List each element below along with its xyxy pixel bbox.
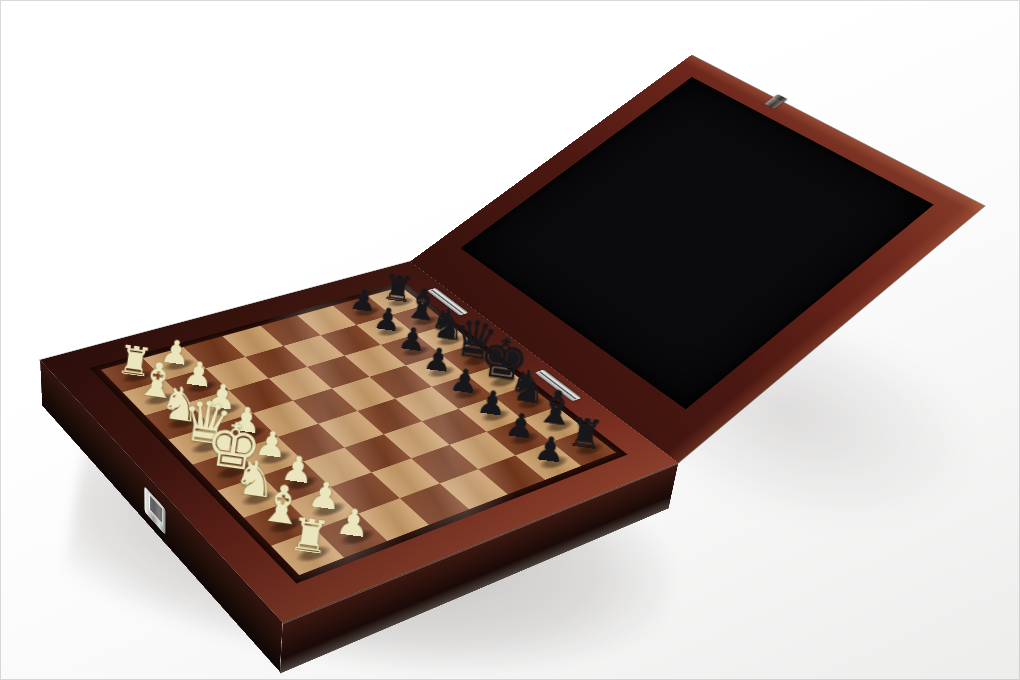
piece-white-rook[interactable]: ♜ <box>282 464 346 555</box>
lid-latch <box>765 94 788 109</box>
clasp-lock <box>144 486 165 535</box>
pawn-glyph: ♟ <box>524 429 576 470</box>
box-base: ♜♝♞♛♚♞♝♜♟♟♟♟♟♟♟♟♟♟♟♟♟♟♟♟♜♝♞♛♚♞♝♜ <box>40 261 679 622</box>
scene: ♜♝♞♛♚♞♝♜♟♟♟♟♟♟♟♟♟♟♟♟♟♟♟♟♜♝♞♛♚♞♝♜ <box>0 0 1020 680</box>
scene-tilt: ♜♝♞♛♚♞♝♜♟♟♟♟♟♟♟♟♟♟♟♟♟♟♟♟♜♝♞♛♚♞♝♜ <box>0 0 1020 680</box>
